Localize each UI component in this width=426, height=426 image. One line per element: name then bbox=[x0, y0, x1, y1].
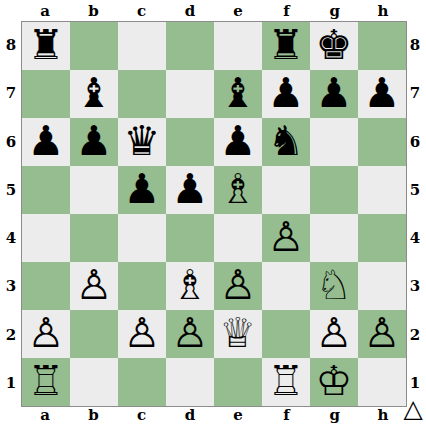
square-e4[interactable] bbox=[214, 214, 262, 262]
square-b6[interactable]: ♟ bbox=[70, 118, 118, 166]
square-a8[interactable]: ♜ bbox=[22, 22, 70, 70]
square-e2[interactable]: ♕ bbox=[214, 310, 262, 358]
square-g1[interactable]: ♔ bbox=[310, 358, 358, 406]
piece-white-pawn: ♙ bbox=[220, 265, 257, 306]
piece-black-pawn: ♟ bbox=[76, 121, 113, 162]
file-label-g-bottom: g bbox=[311, 404, 359, 426]
square-h1[interactable] bbox=[358, 358, 406, 406]
square-d4[interactable] bbox=[166, 214, 214, 262]
square-b5[interactable] bbox=[70, 166, 118, 214]
square-h4[interactable] bbox=[358, 214, 406, 262]
square-a2[interactable]: ♙ bbox=[22, 310, 70, 358]
piece-black-pawn: ♟ bbox=[268, 73, 305, 114]
piece-black-pawn: ♟ bbox=[28, 121, 65, 162]
square-a5[interactable] bbox=[22, 166, 70, 214]
piece-black-rook: ♜ bbox=[268, 25, 305, 66]
file-label-b-top: b bbox=[69, 0, 117, 22]
square-d8[interactable] bbox=[166, 22, 214, 70]
file-label-f-bottom: f bbox=[262, 404, 310, 426]
square-f7[interactable]: ♟ bbox=[262, 70, 310, 118]
square-f4[interactable]: ♙ bbox=[262, 214, 310, 262]
square-g7[interactable]: ♟ bbox=[310, 70, 358, 118]
square-a6[interactable]: ♟ bbox=[22, 118, 70, 166]
file-label-g-top: g bbox=[311, 0, 359, 22]
square-b1[interactable] bbox=[70, 358, 118, 406]
piece-white-bishop: ♗ bbox=[220, 169, 257, 210]
file-label-b-bottom: b bbox=[69, 404, 117, 426]
file-label-a-bottom: a bbox=[21, 404, 69, 426]
square-c7[interactable] bbox=[118, 70, 166, 118]
rank-label-5-left: 5 bbox=[0, 166, 22, 214]
rank-label-4-left: 4 bbox=[0, 214, 22, 262]
square-h7[interactable]: ♟ bbox=[358, 70, 406, 118]
square-c3[interactable] bbox=[118, 262, 166, 310]
white-to-move-indicator: △ bbox=[400, 394, 426, 424]
file-label-e-top: e bbox=[214, 0, 262, 22]
square-c4[interactable] bbox=[118, 214, 166, 262]
square-c5[interactable]: ♟ bbox=[118, 166, 166, 214]
square-d6[interactable] bbox=[166, 118, 214, 166]
piece-black-rook: ♜ bbox=[28, 25, 65, 66]
rank-label-2-right: 2 bbox=[404, 311, 426, 359]
rank-label-6-left: 6 bbox=[0, 118, 22, 166]
rank-labels-right: 87654321 bbox=[404, 21, 426, 407]
square-f6[interactable]: ♞ bbox=[262, 118, 310, 166]
rank-label-2-left: 2 bbox=[0, 311, 22, 359]
square-b7[interactable]: ♝ bbox=[70, 70, 118, 118]
square-c8[interactable] bbox=[118, 22, 166, 70]
square-a7[interactable] bbox=[22, 70, 70, 118]
square-e6[interactable]: ♟ bbox=[214, 118, 262, 166]
square-e5[interactable]: ♗ bbox=[214, 166, 262, 214]
square-f3[interactable] bbox=[262, 262, 310, 310]
piece-black-pawn: ♟ bbox=[172, 169, 209, 210]
piece-white-queen: ♕ bbox=[220, 313, 257, 354]
file-labels-top: abcdefgh bbox=[21, 0, 407, 22]
square-c1[interactable] bbox=[118, 358, 166, 406]
square-f1[interactable]: ♖ bbox=[262, 358, 310, 406]
piece-white-rook: ♖ bbox=[28, 361, 65, 402]
square-f2[interactable] bbox=[262, 310, 310, 358]
file-label-d-top: d bbox=[166, 0, 214, 22]
file-labels-bottom: abcdefgh bbox=[21, 404, 407, 426]
piece-white-pawn: ♙ bbox=[124, 313, 161, 354]
square-d7[interactable] bbox=[166, 70, 214, 118]
square-e3[interactable]: ♙ bbox=[214, 262, 262, 310]
piece-white-pawn: ♙ bbox=[316, 313, 353, 354]
square-g2[interactable]: ♙ bbox=[310, 310, 358, 358]
piece-white-pawn: ♙ bbox=[268, 217, 305, 258]
file-label-f-top: f bbox=[262, 0, 310, 22]
piece-white-bishop: ♗ bbox=[172, 265, 209, 306]
square-g4[interactable] bbox=[310, 214, 358, 262]
square-e7[interactable]: ♝ bbox=[214, 70, 262, 118]
square-b4[interactable] bbox=[70, 214, 118, 262]
file-label-c-top: c bbox=[118, 0, 166, 22]
square-e8[interactable] bbox=[214, 22, 262, 70]
file-label-e-bottom: e bbox=[214, 404, 262, 426]
square-c2[interactable]: ♙ bbox=[118, 310, 166, 358]
square-h5[interactable] bbox=[358, 166, 406, 214]
chess-board-diagram: abcdefgh abcdefgh 87654321 87654321 ♜♜♚♝… bbox=[0, 0, 426, 426]
piece-black-pawn: ♟ bbox=[220, 121, 257, 162]
square-a3[interactable] bbox=[22, 262, 70, 310]
file-label-h-top: h bbox=[359, 0, 407, 22]
piece-black-queen: ♛ bbox=[124, 121, 161, 162]
piece-black-king: ♚ bbox=[316, 25, 353, 66]
file-label-d-bottom: d bbox=[166, 404, 214, 426]
square-a1[interactable]: ♖ bbox=[22, 358, 70, 406]
square-d3[interactable]: ♗ bbox=[166, 262, 214, 310]
rank-label-3-left: 3 bbox=[0, 262, 22, 310]
rank-label-3-right: 3 bbox=[404, 262, 426, 310]
square-e1[interactable] bbox=[214, 358, 262, 406]
square-f8[interactable]: ♜ bbox=[262, 22, 310, 70]
rank-label-5-right: 5 bbox=[404, 166, 426, 214]
piece-white-knight: ♘ bbox=[316, 265, 353, 306]
rank-label-8-right: 8 bbox=[404, 21, 426, 69]
square-b2[interactable] bbox=[70, 310, 118, 358]
square-h3[interactable] bbox=[358, 262, 406, 310]
piece-white-pawn: ♙ bbox=[28, 313, 65, 354]
piece-black-bishop: ♝ bbox=[220, 73, 257, 114]
square-c6[interactable]: ♛ bbox=[118, 118, 166, 166]
rank-label-6-right: 6 bbox=[404, 118, 426, 166]
piece-black-pawn: ♟ bbox=[124, 169, 161, 210]
square-h8[interactable] bbox=[358, 22, 406, 70]
square-h6[interactable] bbox=[358, 118, 406, 166]
square-h2[interactable]: ♙ bbox=[358, 310, 406, 358]
board: ♜♜♚♝♝♟♟♟♟♟♛♟♞♟♟♗♙♙♗♙♘♙♙♙♕♙♙♖♖♔ bbox=[21, 21, 407, 407]
square-d1[interactable] bbox=[166, 358, 214, 406]
square-f5[interactable] bbox=[262, 166, 310, 214]
square-g5[interactable] bbox=[310, 166, 358, 214]
square-d5[interactable]: ♟ bbox=[166, 166, 214, 214]
piece-white-rook: ♖ bbox=[268, 361, 305, 402]
square-b3[interactable]: ♙ bbox=[70, 262, 118, 310]
file-label-a-top: a bbox=[21, 0, 69, 22]
square-b8[interactable] bbox=[70, 22, 118, 70]
rank-label-4-right: 4 bbox=[404, 214, 426, 262]
square-g6[interactable] bbox=[310, 118, 358, 166]
rank-labels-left: 87654321 bbox=[0, 21, 22, 407]
rank-label-7-right: 7 bbox=[404, 69, 426, 117]
rank-label-8-left: 8 bbox=[0, 21, 22, 69]
square-g3[interactable]: ♘ bbox=[310, 262, 358, 310]
piece-black-pawn: ♟ bbox=[364, 73, 401, 114]
piece-white-king: ♔ bbox=[316, 361, 353, 402]
rank-label-7-left: 7 bbox=[0, 69, 22, 117]
piece-white-pawn: ♙ bbox=[76, 265, 113, 306]
file-label-c-bottom: c bbox=[118, 404, 166, 426]
square-a4[interactable] bbox=[22, 214, 70, 262]
square-g8[interactable]: ♚ bbox=[310, 22, 358, 70]
square-d2[interactable]: ♙ bbox=[166, 310, 214, 358]
piece-white-pawn: ♙ bbox=[364, 313, 401, 354]
rank-label-1-left: 1 bbox=[0, 359, 22, 407]
piece-black-knight: ♞ bbox=[268, 121, 305, 162]
piece-black-pawn: ♟ bbox=[316, 73, 353, 114]
piece-white-pawn: ♙ bbox=[172, 313, 209, 354]
piece-black-bishop: ♝ bbox=[76, 73, 113, 114]
